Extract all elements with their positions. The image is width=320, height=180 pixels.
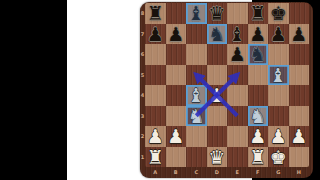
black-rook-a8[interactable]: ♜ <box>145 3 166 24</box>
square-f4[interactable] <box>248 85 269 106</box>
square-f6[interactable]: ♞ <box>248 44 269 65</box>
square-a8[interactable]: ♜ <box>145 3 166 24</box>
square-h2[interactable]: ♟ <box>289 126 310 147</box>
square-d2[interactable] <box>207 126 228 147</box>
square-g8[interactable]: ♚ <box>268 3 289 24</box>
square-a1[interactable]: ♜ <box>145 147 166 168</box>
white-bishop-c4[interactable]: ♝ <box>186 85 207 106</box>
square-b8[interactable] <box>166 3 187 24</box>
file-label-C: C <box>186 168 207 177</box>
square-e6[interactable]: ♟ <box>227 44 248 65</box>
square-f1[interactable]: ♜ <box>248 147 269 168</box>
white-knight-f3[interactable]: ♞ <box>248 106 269 127</box>
square-d1[interactable]: ♛ <box>207 147 228 168</box>
black-pawn-e6[interactable]: ♟ <box>227 44 248 65</box>
square-b7[interactable]: ♟ <box>166 24 187 45</box>
square-b3[interactable] <box>166 106 187 127</box>
file-label-E: E <box>227 168 248 177</box>
black-pawn-a7[interactable]: ♟ <box>145 24 166 45</box>
square-a2[interactable]: ♟ <box>145 126 166 147</box>
board-card: 87654321 ♜♝♛♜♚♟♟♞♝♟♟♟♟♞♝♝♟♞♞♟♟♟♟♟♜♛♜♚ AB… <box>67 0 252 180</box>
white-pawn-g2[interactable]: ♟ <box>268 126 289 147</box>
square-h1[interactable] <box>289 147 310 168</box>
black-knight-f6[interactable]: ♞ <box>248 44 269 65</box>
file-label-F: F <box>248 168 269 177</box>
white-pawn-h2[interactable]: ♟ <box>289 126 310 147</box>
black-bishop-c8[interactable]: ♝ <box>186 3 207 24</box>
square-h7[interactable]: ♟ <box>289 24 310 45</box>
square-h8[interactable] <box>289 3 310 24</box>
square-e5[interactable] <box>227 65 248 86</box>
white-pawn-a2[interactable]: ♟ <box>145 126 166 147</box>
square-e2[interactable] <box>227 126 248 147</box>
square-a4[interactable] <box>145 85 166 106</box>
square-h6[interactable] <box>289 44 310 65</box>
square-a5[interactable] <box>145 65 166 86</box>
white-pawn-f2[interactable]: ♟ <box>248 126 269 147</box>
square-c7[interactable] <box>186 24 207 45</box>
square-a6[interactable] <box>145 44 166 65</box>
square-e8[interactable] <box>227 3 248 24</box>
square-c4[interactable]: ♝ <box>186 85 207 106</box>
file-coordinates: ABCDEFGH <box>145 168 309 177</box>
square-c2[interactable] <box>186 126 207 147</box>
black-knight-d7[interactable]: ♞ <box>207 24 228 45</box>
square-g4[interactable] <box>268 85 289 106</box>
square-h4[interactable] <box>289 85 310 106</box>
white-knight-c3[interactable]: ♞ <box>186 106 207 127</box>
square-a3[interactable] <box>145 106 166 127</box>
black-pawn-h7[interactable]: ♟ <box>289 24 310 45</box>
black-pawn-g7[interactable]: ♟ <box>268 24 289 45</box>
white-bishop-g5[interactable]: ♝ <box>268 65 289 86</box>
black-queen-d8[interactable]: ♛ <box>207 3 228 24</box>
square-d7[interactable]: ♞ <box>207 24 228 45</box>
square-f3[interactable]: ♞ <box>248 106 269 127</box>
square-d8[interactable]: ♛ <box>207 3 228 24</box>
square-a7[interactable]: ♟ <box>145 24 166 45</box>
square-d6[interactable] <box>207 44 228 65</box>
square-g5[interactable]: ♝ <box>268 65 289 86</box>
square-d5[interactable] <box>207 65 228 86</box>
square-g6[interactable] <box>268 44 289 65</box>
square-b1[interactable] <box>166 147 187 168</box>
file-label-D: D <box>207 168 228 177</box>
square-c8[interactable]: ♝ <box>186 3 207 24</box>
white-pawn-b2[interactable]: ♟ <box>166 126 187 147</box>
board-frame: 87654321 ♜♝♛♜♚♟♟♞♝♟♟♟♟♞♝♝♟♞♞♟♟♟♟♟♜♛♜♚ AB… <box>140 2 313 178</box>
square-f8[interactable]: ♜ <box>248 3 269 24</box>
square-c5[interactable] <box>186 65 207 86</box>
white-king-g1[interactable]: ♚ <box>268 147 289 168</box>
square-f2[interactable]: ♟ <box>248 126 269 147</box>
file-label-A: A <box>145 168 166 177</box>
square-g3[interactable] <box>268 106 289 127</box>
chess-board[interactable]: ♜♝♛♜♚♟♟♞♝♟♟♟♟♞♝♝♟♞♞♟♟♟♟♟♜♛♜♚ <box>145 3 309 167</box>
square-c3[interactable]: ♞ <box>186 106 207 127</box>
square-h5[interactable] <box>289 65 310 86</box>
square-g1[interactable]: ♚ <box>268 147 289 168</box>
square-g2[interactable]: ♟ <box>268 126 289 147</box>
black-bishop-e7[interactable]: ♝ <box>227 24 248 45</box>
white-pawn-d4[interactable]: ♟ <box>207 85 228 106</box>
white-rook-a1[interactable]: ♜ <box>145 147 166 168</box>
white-queen-d1[interactable]: ♛ <box>207 147 228 168</box>
square-e4[interactable] <box>227 85 248 106</box>
file-label-H: H <box>289 168 310 177</box>
square-c1[interactable] <box>186 147 207 168</box>
square-h3[interactable] <box>289 106 310 127</box>
black-king-g8[interactable]: ♚ <box>268 3 289 24</box>
square-b4[interactable] <box>166 85 187 106</box>
square-f7[interactable]: ♟ <box>248 24 269 45</box>
square-b6[interactable] <box>166 44 187 65</box>
black-pawn-b7[interactable]: ♟ <box>166 24 187 45</box>
square-e1[interactable] <box>227 147 248 168</box>
square-d3[interactable] <box>207 106 228 127</box>
square-f5[interactable] <box>248 65 269 86</box>
file-label-G: G <box>268 168 289 177</box>
white-rook-f1[interactable]: ♜ <box>248 147 269 168</box>
black-rook-f8[interactable]: ♜ <box>248 3 269 24</box>
square-e3[interactable] <box>227 106 248 127</box>
square-c6[interactable] <box>186 44 207 65</box>
square-d4[interactable]: ♟ <box>207 85 228 106</box>
file-label-B: B <box>166 168 187 177</box>
square-e7[interactable]: ♝ <box>227 24 248 45</box>
square-g7[interactable]: ♟ <box>268 24 289 45</box>
black-pawn-f7[interactable]: ♟ <box>248 24 269 45</box>
square-b5[interactable] <box>166 65 187 86</box>
square-b2[interactable]: ♟ <box>166 126 187 147</box>
